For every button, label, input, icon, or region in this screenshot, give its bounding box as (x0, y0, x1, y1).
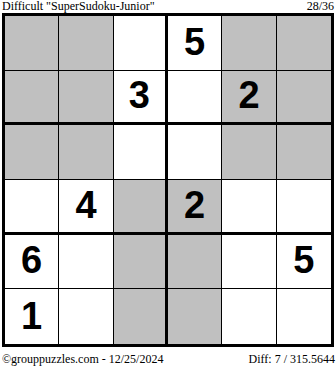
given-digit: 1 (21, 297, 42, 335)
copyright-text: ©grouppuzzles.com - 12/25/2024 (2, 353, 163, 366)
cell-r6c1[interactable]: 1 (5, 289, 59, 344)
cell-r1c4[interactable]: 5 (168, 16, 222, 71)
given-digit: 4 (75, 186, 96, 224)
cell-r5c2[interactable] (59, 235, 113, 290)
cell-r6c3[interactable] (114, 289, 168, 344)
board: 53242651 (2, 13, 334, 347)
cell-r3c4[interactable] (168, 125, 222, 180)
cell-r2c6[interactable] (277, 71, 331, 126)
cell-r1c2[interactable] (59, 16, 113, 71)
cell-r6c5[interactable] (222, 289, 276, 344)
blank-count: 28/36 (307, 0, 334, 12)
cell-r3c5[interactable] (222, 125, 276, 180)
puzzle-title: Difficult "SuperSudoku-Junior" (2, 0, 155, 12)
cell-r5c5[interactable] (222, 235, 276, 290)
cell-r3c6[interactable] (277, 125, 331, 180)
cell-r5c3[interactable] (114, 235, 168, 290)
cell-r4c4[interactable]: 2 (168, 180, 222, 235)
cell-r1c6[interactable] (277, 16, 331, 71)
cell-r3c2[interactable] (59, 125, 113, 180)
cell-r5c6[interactable]: 5 (277, 235, 331, 290)
given-digit: 5 (184, 23, 205, 61)
cell-r4c5[interactable] (222, 180, 276, 235)
cell-r1c5[interactable] (222, 16, 276, 71)
cell-r5c4[interactable] (168, 235, 222, 290)
cell-r2c1[interactable] (5, 71, 59, 126)
cell-r4c6[interactable] (277, 180, 331, 235)
given-digit: 5 (293, 241, 314, 279)
cell-r1c1[interactable] (5, 16, 59, 71)
cell-r3c1[interactable] (5, 125, 59, 180)
header: Difficult "SuperSudoku-Junior" 28/36 (2, 0, 334, 12)
cell-r2c5[interactable]: 2 (222, 71, 276, 126)
footer: ©grouppuzzles.com - 12/25/2024 Diff: 7 /… (2, 353, 335, 366)
cell-r5c1[interactable]: 6 (5, 235, 59, 290)
cell-r4c2[interactable]: 4 (59, 180, 113, 235)
cell-r2c3[interactable]: 3 (114, 71, 168, 126)
cell-r2c2[interactable] (59, 71, 113, 126)
given-digit: 3 (129, 76, 150, 114)
cell-r3c3[interactable] (114, 125, 168, 180)
given-digit: 2 (238, 76, 259, 114)
cell-r4c3[interactable] (114, 180, 168, 235)
cell-r1c3[interactable] (114, 16, 168, 71)
cell-r6c2[interactable] (59, 289, 113, 344)
difficulty-text: Diff: 7 / 315.5644 (249, 353, 335, 366)
cell-r4c1[interactable] (5, 180, 59, 235)
cell-r6c4[interactable] (168, 289, 222, 344)
cell-r2c4[interactable] (168, 71, 222, 126)
given-digit: 6 (21, 241, 42, 279)
given-digit: 2 (184, 186, 205, 224)
cell-r6c6[interactable] (277, 289, 331, 344)
